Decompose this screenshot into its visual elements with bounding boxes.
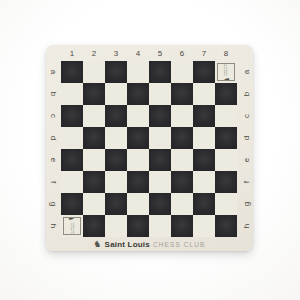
square-h4[interactable] [127, 215, 149, 237]
square-b1[interactable] [61, 83, 83, 105]
square-g5[interactable] [149, 193, 171, 215]
square-e3[interactable] [105, 149, 127, 171]
square-f7[interactable] [193, 171, 215, 193]
square-h8[interactable] [215, 215, 237, 237]
square-h6[interactable] [171, 215, 193, 237]
square-f1[interactable] [61, 171, 83, 193]
square-a8[interactable]: ♞Saint LouisCHESS CLUB [215, 61, 237, 83]
rank-label-d-right: d [235, 132, 257, 145]
square-c4[interactable] [127, 105, 149, 127]
square-e2[interactable] [83, 149, 105, 171]
chess-board: ♞Saint LouisCHESS CLUB♞Saint LouisCHESS … [61, 61, 237, 237]
square-h7[interactable] [193, 215, 215, 237]
square-b5[interactable] [149, 83, 171, 105]
rank-label-c-right: c [235, 110, 257, 123]
square-g8[interactable] [215, 193, 237, 215]
slcc-logo-stamp-h1: ♞Saint LouisCHESS CLUB [63, 217, 81, 235]
square-a6[interactable] [171, 61, 193, 83]
stamp-knight-icon: ♞ [68, 217, 77, 222]
square-a1[interactable] [61, 61, 83, 83]
square-b8[interactable] [215, 83, 237, 105]
square-f4[interactable] [127, 171, 149, 193]
file-label-3: 3 [105, 46, 127, 61]
square-c2[interactable] [83, 105, 105, 127]
square-e5[interactable] [149, 149, 171, 171]
square-a4[interactable] [127, 61, 149, 83]
square-e1[interactable] [61, 149, 83, 171]
rank-labels-left: abcdefgh [47, 61, 60, 237]
square-c5[interactable] [149, 105, 171, 127]
rank-label-g-right: g [235, 198, 257, 211]
square-e7[interactable] [193, 149, 215, 171]
square-g1[interactable] [61, 193, 83, 215]
square-d1[interactable] [61, 127, 83, 149]
photo-background: 12345678 abcdefgh abcdefgh ♞Saint LouisC… [0, 0, 300, 300]
square-f2[interactable] [83, 171, 105, 193]
square-h5[interactable] [149, 215, 171, 237]
square-c8[interactable] [215, 105, 237, 127]
square-b3[interactable] [105, 83, 127, 105]
square-h1[interactable]: ♞Saint LouisCHESS CLUB [61, 215, 83, 237]
square-a2[interactable] [83, 61, 105, 83]
file-label-4: 4 [127, 46, 149, 61]
square-g3[interactable] [105, 193, 127, 215]
brand-suffix: CHESS CLUB [153, 241, 206, 248]
square-e4[interactable] [127, 149, 149, 171]
square-d4[interactable] [127, 127, 149, 149]
square-d8[interactable] [215, 127, 237, 149]
square-b6[interactable] [171, 83, 193, 105]
slcc-knight-logo-icon: ♞ [94, 240, 102, 249]
square-f3[interactable] [105, 171, 127, 193]
square-a3[interactable] [105, 61, 127, 83]
square-g4[interactable] [127, 193, 149, 215]
rank-label-e-right: e [235, 154, 257, 167]
square-d3[interactable] [105, 127, 127, 149]
rank-label-h-right: h [235, 220, 257, 233]
square-b4[interactable] [127, 83, 149, 105]
square-c6[interactable] [171, 105, 193, 127]
square-c3[interactable] [105, 105, 127, 127]
slcc-logo-stamp-a8: ♞Saint LouisCHESS CLUB [217, 63, 235, 81]
file-label-8: 8 [215, 46, 237, 61]
square-b7[interactable] [193, 83, 215, 105]
square-g2[interactable] [83, 193, 105, 215]
square-d5[interactable] [149, 127, 171, 149]
square-h3[interactable] [105, 215, 127, 237]
square-d2[interactable] [83, 127, 105, 149]
square-b2[interactable] [83, 83, 105, 105]
rank-label-b-right: b [235, 88, 257, 101]
square-e6[interactable] [171, 149, 193, 171]
square-c1[interactable] [61, 105, 83, 127]
rank-label-a-right: a [235, 66, 257, 79]
square-f6[interactable] [171, 171, 193, 193]
square-a7[interactable] [193, 61, 215, 83]
branding-footer: ♞ Saint Louis CHESS CLUB [46, 237, 253, 251]
file-label-1: 1 [61, 46, 83, 61]
square-h2[interactable] [83, 215, 105, 237]
stamp-knight-icon: ♞ [222, 76, 231, 81]
square-a5[interactable] [149, 61, 171, 83]
square-g6[interactable] [171, 193, 193, 215]
file-labels-top: 12345678 [61, 46, 237, 61]
square-f8[interactable] [215, 171, 237, 193]
rank-label-f-right: f [235, 176, 257, 189]
file-label-5: 5 [149, 46, 171, 61]
square-g7[interactable] [193, 193, 215, 215]
square-d7[interactable] [193, 127, 215, 149]
square-f5[interactable] [149, 171, 171, 193]
square-d6[interactable] [171, 127, 193, 149]
square-c7[interactable] [193, 105, 215, 127]
square-e8[interactable] [215, 149, 237, 171]
file-label-2: 2 [83, 46, 105, 61]
file-label-7: 7 [193, 46, 215, 61]
chess-mat: 12345678 abcdefgh abcdefgh ♞Saint LouisC… [46, 45, 253, 251]
file-label-6: 6 [171, 46, 193, 61]
rank-labels-right: abcdefgh [239, 61, 252, 237]
brand-name: Saint Louis [105, 240, 150, 249]
